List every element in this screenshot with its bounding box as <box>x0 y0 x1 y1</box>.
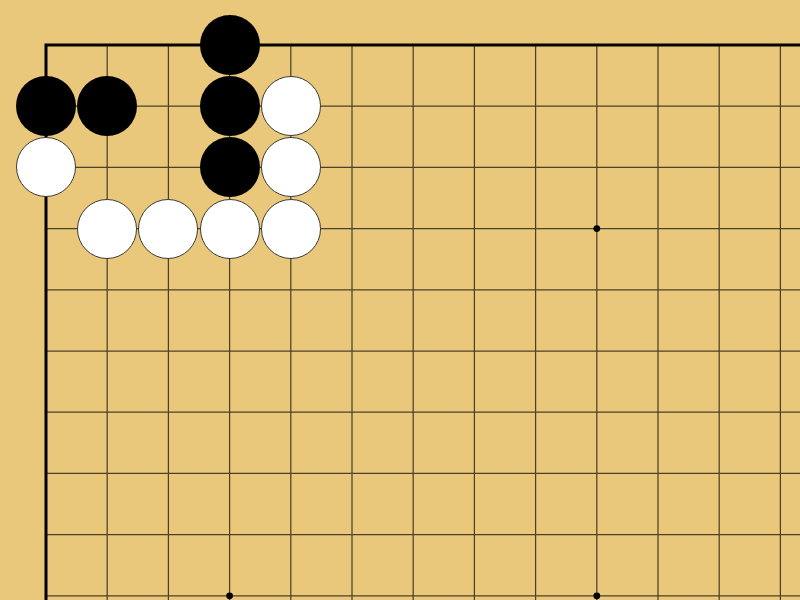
black-stone <box>200 137 260 197</box>
black-stone <box>16 76 76 136</box>
white-stone <box>261 199 321 259</box>
white-stone <box>261 76 321 136</box>
stones-layer <box>15 14 800 600</box>
white-stone <box>200 199 260 259</box>
white-stone <box>77 199 137 259</box>
go-board[interactable] <box>0 0 800 600</box>
black-stone <box>200 15 260 75</box>
black-stone <box>77 76 137 136</box>
black-stone <box>200 76 260 136</box>
white-stone <box>16 137 76 197</box>
white-stone <box>261 137 321 197</box>
white-stone <box>138 199 198 259</box>
